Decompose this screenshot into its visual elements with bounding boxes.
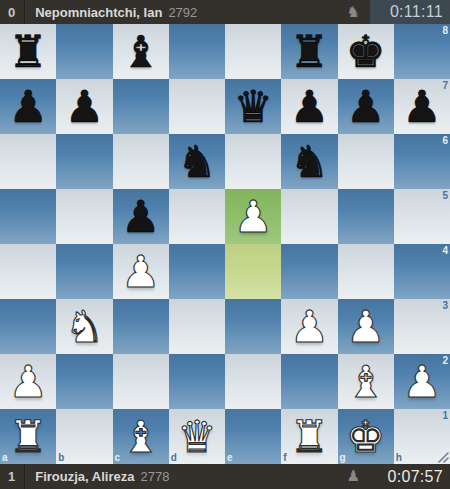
rank-label-1: 1 xyxy=(442,411,448,421)
black-knight[interactable]: ♞ xyxy=(169,134,225,189)
square-c1[interactable]: c♝ xyxy=(113,409,169,464)
square-f3[interactable]: ♟ xyxy=(281,299,337,354)
square-h6[interactable]: 6 xyxy=(394,134,450,189)
square-g8[interactable]: ♚ xyxy=(338,24,394,79)
square-h4[interactable]: 4 xyxy=(394,244,450,299)
black-pawn[interactable]: ♟ xyxy=(394,79,450,134)
square-e4[interactable] xyxy=(225,244,281,299)
square-b4[interactable] xyxy=(56,244,112,299)
square-a8[interactable]: ♜ xyxy=(0,24,56,79)
chess-board: ♜♝♜♚8♟♟♛♟♟7♟♞♞6♟♟5♟4♞♟♟3♟♝2♟a♜bc♝d♛ef♜g♚… xyxy=(0,24,450,464)
square-d6[interactable]: ♞ xyxy=(169,134,225,189)
white-pawn[interactable]: ♟ xyxy=(394,354,450,409)
square-b7[interactable]: ♟ xyxy=(56,79,112,134)
pawn-icon: ♟ xyxy=(347,469,360,484)
square-b2[interactable] xyxy=(56,354,112,409)
lichess-tv-game: 0 Nepomniachtchi, Ian 2792 ♞ 0:11:11 ♜♝♜… xyxy=(0,0,450,489)
square-f5[interactable] xyxy=(281,189,337,244)
top-player-clock: 0:11:11 xyxy=(370,0,450,24)
square-b6[interactable] xyxy=(56,134,112,189)
square-g3[interactable]: ♟ xyxy=(338,299,394,354)
white-king[interactable]: ♚ xyxy=(338,409,394,464)
square-e2[interactable] xyxy=(225,354,281,409)
square-a7[interactable]: ♟ xyxy=(0,79,56,134)
rank-label-6: 6 xyxy=(442,136,448,146)
square-c3[interactable] xyxy=(113,299,169,354)
white-pawn[interactable]: ♟ xyxy=(281,299,337,354)
square-f1[interactable]: f♜ xyxy=(281,409,337,464)
white-knight[interactable]: ♞ xyxy=(56,299,112,354)
square-c5[interactable]: ♟ xyxy=(113,189,169,244)
white-pawn[interactable]: ♟ xyxy=(225,189,281,244)
square-d4[interactable] xyxy=(169,244,225,299)
square-g6[interactable] xyxy=(338,134,394,189)
top-player-rating: 2792 xyxy=(168,5,197,20)
white-rook[interactable]: ♜ xyxy=(0,409,56,464)
top-player-score: 0 xyxy=(0,0,25,24)
square-b5[interactable] xyxy=(56,189,112,244)
rank-label-4: 4 xyxy=(442,246,448,256)
square-h8[interactable]: 8 xyxy=(394,24,450,79)
square-h2[interactable]: 2♟ xyxy=(394,354,450,409)
square-g5[interactable] xyxy=(338,189,394,244)
bottom-player-rating: 2778 xyxy=(140,469,169,484)
square-a1[interactable]: a♜ xyxy=(0,409,56,464)
square-c8[interactable]: ♝ xyxy=(113,24,169,79)
square-a6[interactable] xyxy=(0,134,56,189)
square-b8[interactable] xyxy=(56,24,112,79)
white-pawn[interactable]: ♟ xyxy=(0,354,56,409)
black-rook[interactable]: ♜ xyxy=(0,24,56,79)
square-a3[interactable] xyxy=(0,299,56,354)
square-d3[interactable] xyxy=(169,299,225,354)
black-pawn[interactable]: ♟ xyxy=(56,79,112,134)
bottom-player-name[interactable]: Firouzja, Alireza xyxy=(35,469,134,484)
square-e7[interactable]: ♛ xyxy=(225,79,281,134)
square-e5[interactable]: ♟ xyxy=(225,189,281,244)
square-d2[interactable] xyxy=(169,354,225,409)
square-d7[interactable] xyxy=(169,79,225,134)
white-bishop[interactable]: ♝ xyxy=(113,409,169,464)
black-pawn[interactable]: ♟ xyxy=(113,189,169,244)
square-c6[interactable] xyxy=(113,134,169,189)
bottom-player-bar: 1 Firouzja, Alireza 2778 ♟ 0:07:57 xyxy=(0,464,450,489)
black-rook[interactable]: ♜ xyxy=(281,24,337,79)
black-knight[interactable]: ♞ xyxy=(281,134,337,189)
square-b3[interactable]: ♞ xyxy=(56,299,112,354)
white-rook[interactable]: ♜ xyxy=(281,409,337,464)
white-bishop[interactable]: ♝ xyxy=(338,354,394,409)
square-d5[interactable] xyxy=(169,189,225,244)
top-player-bar: 0 Nepomniachtchi, Ian 2792 ♞ 0:11:11 xyxy=(0,0,450,24)
square-f4[interactable] xyxy=(281,244,337,299)
square-f8[interactable]: ♜ xyxy=(281,24,337,79)
square-a2[interactable]: ♟ xyxy=(0,354,56,409)
square-g7[interactable]: ♟ xyxy=(338,79,394,134)
rank-label-8: 8 xyxy=(442,26,448,36)
square-g4[interactable] xyxy=(338,244,394,299)
white-queen[interactable]: ♛ xyxy=(169,409,225,464)
black-pawn[interactable]: ♟ xyxy=(281,79,337,134)
white-pawn[interactable]: ♟ xyxy=(113,244,169,299)
square-d8[interactable] xyxy=(169,24,225,79)
black-pawn[interactable]: ♟ xyxy=(338,79,394,134)
black-bishop[interactable]: ♝ xyxy=(113,24,169,79)
square-e8[interactable] xyxy=(225,24,281,79)
black-pawn[interactable]: ♟ xyxy=(0,79,56,134)
square-c2[interactable] xyxy=(113,354,169,409)
rank-label-3: 3 xyxy=(442,301,448,311)
file-label-h: h xyxy=(396,453,402,463)
knight-icon: ♞ xyxy=(347,5,360,20)
rank-label-5: 5 xyxy=(442,191,448,201)
file-label-e: e xyxy=(227,453,233,463)
square-e6[interactable] xyxy=(225,134,281,189)
square-c7[interactable] xyxy=(113,79,169,134)
square-e1[interactable]: e xyxy=(225,409,281,464)
square-c4[interactable]: ♟ xyxy=(113,244,169,299)
bottom-player-clock: 0:07:57 xyxy=(370,464,450,489)
square-g2[interactable]: ♝ xyxy=(338,354,394,409)
board-resize-handle-icon[interactable] xyxy=(436,450,449,463)
square-h1[interactable]: h1 xyxy=(394,409,450,464)
bottom-player-score: 1 xyxy=(0,464,25,489)
white-pawn[interactable]: ♟ xyxy=(338,299,394,354)
square-d1[interactable]: d♛ xyxy=(169,409,225,464)
square-h3[interactable]: 3 xyxy=(394,299,450,354)
square-h5[interactable]: 5 xyxy=(394,189,450,244)
square-g1[interactable]: g♚ xyxy=(338,409,394,464)
top-player-name[interactable]: Nepomniachtchi, Ian xyxy=(35,5,162,20)
black-queen[interactable]: ♛ xyxy=(225,79,281,134)
square-f7[interactable]: ♟ xyxy=(281,79,337,134)
square-a5[interactable] xyxy=(0,189,56,244)
file-label-b: b xyxy=(58,453,64,463)
square-b1[interactable]: b xyxy=(56,409,112,464)
black-king[interactable]: ♚ xyxy=(338,24,394,79)
square-f2[interactable] xyxy=(281,354,337,409)
square-a4[interactable] xyxy=(0,244,56,299)
square-e3[interactable] xyxy=(225,299,281,354)
square-h7[interactable]: 7♟ xyxy=(394,79,450,134)
square-f6[interactable]: ♞ xyxy=(281,134,337,189)
